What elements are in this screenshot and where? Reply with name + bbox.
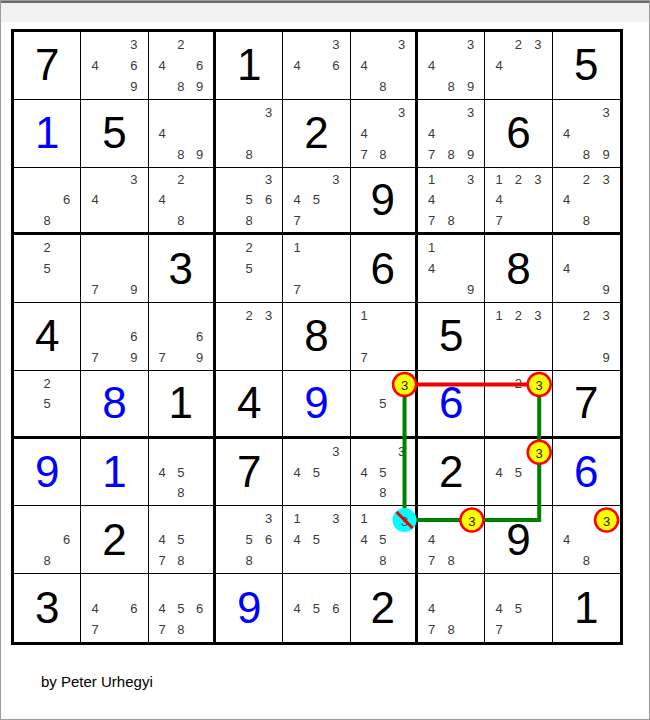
- pencil-slot-2: [373, 34, 392, 55]
- pencil-slot-8: 8: [171, 144, 190, 165]
- pencil-slot-1: [85, 170, 104, 190]
- cell-r1c9[interactable]: 5: [553, 32, 620, 100]
- cell-r2c1[interactable]: 1: [14, 100, 81, 168]
- cell-r5c7[interactable]: 5: [418, 303, 485, 371]
- pencil-slot-5: [373, 326, 392, 347]
- cell-r5c4[interactable]: 23: [216, 303, 283, 371]
- sudoku-board: 7346924689134634834892345154893823478347…: [11, 29, 623, 645]
- cell-r2c9[interactable]: 3489: [553, 100, 620, 168]
- pencil-slot-4: 4: [85, 597, 104, 618]
- pencil-slot-5: [37, 190, 56, 210]
- pencil-slot-8: [239, 347, 258, 368]
- cell-r3c4[interactable]: 3568: [216, 168, 283, 236]
- cell-r4c7[interactable]: 149: [418, 235, 485, 303]
- cell-r1c3[interactable]: 24689: [149, 32, 216, 100]
- pencil-slot-9: [57, 279, 76, 300]
- pencil-slot-9: 9: [190, 144, 209, 165]
- pencil-slot-9: [124, 210, 143, 230]
- pencil-slot-2: [373, 305, 392, 326]
- pencil-slot-2: [576, 508, 596, 529]
- pencil-slot-4: [355, 326, 374, 347]
- pencil-slot-4: 4: [489, 462, 508, 483]
- pencil-slot-4: [220, 190, 239, 210]
- pencil-slot-1: 1: [422, 170, 441, 190]
- pencil-marks: 348: [355, 34, 411, 97]
- cell-r5c6[interactable]: 17: [351, 303, 418, 371]
- cell-r9c6[interactable]: 2: [351, 574, 418, 642]
- pencil-slot-1: [85, 305, 104, 326]
- pencil-slot-1: 1: [287, 237, 306, 258]
- pencil-slot-3: [326, 237, 345, 258]
- pencil-slot-9: [528, 413, 547, 433]
- pencil-slot-9: [57, 210, 76, 230]
- cell-r5c9[interactable]: 239: [553, 303, 620, 371]
- cell-r1c6[interactable]: 348: [351, 32, 418, 100]
- pencil-slot-9: [392, 413, 411, 433]
- cell-r8c7[interactable]: 3478: [418, 506, 485, 574]
- pencil-slot-5: 5: [239, 258, 258, 279]
- cell-r4c6[interactable]: 6: [351, 235, 418, 303]
- pencil-slot-9: [259, 210, 278, 230]
- pencil-slot-7: [287, 76, 306, 97]
- pencil-slot-6: 6: [259, 190, 278, 210]
- pencil-slot-6: [596, 258, 616, 279]
- pencil-slot-3: 3: [461, 34, 480, 55]
- cell-r8c2[interactable]: 2: [81, 506, 148, 574]
- pencil-slot-3: 3: [259, 508, 278, 529]
- pencil-slot-7: [355, 76, 374, 97]
- pencil-slot-9: [259, 347, 278, 368]
- pencil-slot-2: 2: [37, 237, 56, 258]
- solved-digit: 1: [81, 439, 147, 506]
- pencil-slot-1: [85, 34, 104, 55]
- cell-r8c3[interactable]: 4578: [149, 506, 216, 574]
- pencil-slot-2: 2: [239, 305, 258, 326]
- cell-r4c8[interactable]: 8: [485, 235, 552, 303]
- pencil-slot-2: 2: [509, 170, 528, 190]
- pencil-slot-9: [326, 76, 345, 97]
- pencil-slot-1: [18, 170, 37, 190]
- pencil-slot-8: 8: [171, 76, 190, 97]
- cell-r1c8[interactable]: 234: [485, 32, 552, 100]
- pencil-slot-2: [441, 34, 460, 55]
- pencil-marks: 17: [355, 305, 411, 368]
- cell-r1c5[interactable]: 346: [283, 32, 350, 100]
- pencil-slot-3: 3: [392, 34, 411, 55]
- pencil-slot-3: 3: [596, 305, 616, 326]
- pencil-slot-8: [576, 279, 596, 300]
- pencil-slot-4: 4: [557, 529, 577, 550]
- pencil-slot-8: [105, 347, 124, 368]
- pencil-slot-1: 1: [489, 170, 508, 190]
- cell-r7c8[interactable]: 345: [485, 439, 552, 507]
- pencil-slot-6: [461, 123, 480, 144]
- cell-r9c1[interactable]: 3: [14, 574, 81, 642]
- pencil-slot-2: 2: [239, 237, 258, 258]
- pencil-slot-3: 3: [326, 508, 345, 529]
- pencil-slot-2: [105, 576, 124, 597]
- pencil-slot-1: [153, 102, 172, 123]
- cell-r9c4[interactable]: 9: [216, 574, 283, 642]
- pencil-slot-6: [57, 258, 76, 279]
- pencil-slot-7: [85, 210, 104, 230]
- given-digit: 9: [351, 168, 415, 233]
- pencil-slot-9: [259, 550, 278, 571]
- cell-r1c1[interactable]: 7: [14, 32, 81, 100]
- pencil-slot-2: [576, 237, 596, 258]
- given-digit: 5: [418, 303, 484, 370]
- cell-r2c4[interactable]: 38: [216, 100, 283, 168]
- pencil-slot-3: 3: [461, 508, 480, 529]
- pencil-slot-9: [528, 483, 547, 504]
- pencil-slot-4: 4: [287, 529, 306, 550]
- pencil-slot-7: [287, 483, 306, 504]
- pencil-slot-7: 7: [153, 619, 172, 640]
- pencil-slot-7: 7: [85, 279, 104, 300]
- cell-r6c9[interactable]: 7: [553, 371, 620, 439]
- cell-r1c7[interactable]: 3489: [418, 32, 485, 100]
- given-digit: 9: [485, 506, 551, 573]
- cell-r7c2[interactable]: 1: [81, 439, 148, 507]
- pencil-slot-6: [326, 258, 345, 279]
- cell-r7c6[interactable]: 3458: [351, 439, 418, 507]
- pencil-slot-3: [461, 237, 480, 258]
- pencil-slot-3: 3: [392, 441, 411, 462]
- cell-r8c8[interactable]: 9: [485, 506, 552, 574]
- pencil-slot-8: 8: [576, 210, 596, 230]
- pencil-slot-5: [441, 190, 460, 210]
- pencil-slot-4: 4: [422, 123, 441, 144]
- cell-r4c5[interactable]: 17: [283, 235, 350, 303]
- pencil-slot-7: 7: [85, 347, 104, 368]
- pencil-slot-1: [557, 170, 577, 190]
- pencil-slot-1: [355, 373, 374, 393]
- pencil-slot-4: 4: [153, 190, 172, 210]
- pencil-slot-4: [18, 190, 37, 210]
- cell-r9c2[interactable]: 467: [81, 574, 148, 642]
- pencil-slot-8: 8: [239, 550, 258, 571]
- cell-r9c5[interactable]: 456: [283, 574, 350, 642]
- cell-r9c3[interactable]: 45678: [149, 574, 216, 642]
- pencil-slot-8: 8: [171, 483, 190, 504]
- pencil-slot-7: [153, 483, 172, 504]
- pencil-slot-2: 2: [576, 170, 596, 190]
- cell-r3c3[interactable]: 248: [149, 168, 216, 236]
- pencil-slot-4: 4: [489, 55, 508, 76]
- cell-r6c1[interactable]: 25: [14, 371, 81, 439]
- pencil-marks: 348: [557, 508, 616, 571]
- pencil-slot-9: [596, 210, 616, 230]
- pencil-slot-7: 7: [355, 144, 374, 165]
- cell-r3c2[interactable]: 34: [81, 168, 148, 236]
- pencil-slot-8: [373, 413, 392, 433]
- pencil-slot-6: [596, 190, 616, 210]
- pencil-slot-6: [461, 55, 480, 76]
- cell-r7c9[interactable]: 6: [553, 439, 620, 507]
- pencil-slot-7: [153, 144, 172, 165]
- pencil-slot-3: [259, 237, 278, 258]
- pencil-slot-2: [239, 170, 258, 190]
- pencil-slot-7: 7: [489, 210, 508, 230]
- pencil-marks: 456: [287, 576, 345, 640]
- pencil-slot-6: [190, 462, 209, 483]
- cell-r8c5[interactable]: 1345: [283, 506, 350, 574]
- cell-r5c1[interactable]: 4: [14, 303, 81, 371]
- cell-r4c1[interactable]: 25: [14, 235, 81, 303]
- pencil-slot-5: [37, 529, 56, 550]
- pencil-slot-3: [528, 576, 547, 597]
- cell-r3c7[interactable]: 13478: [418, 168, 485, 236]
- pencil-slot-8: 8: [239, 144, 258, 165]
- pencil-slot-3: 3: [124, 170, 143, 190]
- cell-r4c9[interactable]: 49: [553, 235, 620, 303]
- pencil-slot-3: [190, 576, 209, 597]
- solved-digit: 6: [418, 371, 484, 436]
- pencil-slot-1: [153, 34, 172, 55]
- pencil-slot-7: [153, 210, 172, 230]
- given-digit: 5: [81, 100, 147, 167]
- cell-r9c8[interactable]: 457: [485, 574, 552, 642]
- pencil-marks: 467: [85, 576, 143, 640]
- pencil-slot-8: [239, 279, 258, 300]
- cell-r3c6[interactable]: 9: [351, 168, 418, 236]
- pencil-slot-6: 6: [190, 326, 209, 347]
- cell-r4c3[interactable]: 3: [149, 235, 216, 303]
- pencil-marks: 3478: [422, 508, 480, 571]
- pencil-slot-4: 4: [557, 123, 577, 144]
- pencil-slot-8: 8: [37, 210, 56, 230]
- pencil-slot-2: [373, 441, 392, 462]
- pencil-slot-9: 9: [190, 76, 209, 97]
- pencil-slot-9: [190, 619, 209, 640]
- pencil-slot-7: [18, 210, 37, 230]
- pencil-slot-8: [441, 279, 460, 300]
- pencil-slot-5: [105, 326, 124, 347]
- given-digit: 7: [553, 371, 620, 436]
- cell-r6c3[interactable]: 1: [149, 371, 216, 439]
- cell-r2c8[interactable]: 6: [485, 100, 552, 168]
- pencil-slot-6: 6: [57, 529, 76, 550]
- pencil-slot-8: [509, 483, 528, 504]
- pencil-slot-5: [239, 326, 258, 347]
- pencil-slot-9: [528, 619, 547, 640]
- pencil-slot-3: [57, 237, 76, 258]
- cell-r2c7[interactable]: 34789: [418, 100, 485, 168]
- pencil-slot-5: [105, 190, 124, 210]
- pencil-slot-4: [489, 326, 508, 347]
- cell-r4c4[interactable]: 25: [216, 235, 283, 303]
- pencil-slot-2: [105, 170, 124, 190]
- pencil-slot-2: [373, 102, 392, 123]
- pencil-slot-5: [576, 123, 596, 144]
- pencil-marks: 489: [153, 102, 209, 165]
- pencil-marks: 458: [153, 441, 209, 504]
- cell-r6c2[interactable]: 8: [81, 371, 148, 439]
- pencil-slot-1: [18, 373, 37, 393]
- pencil-slot-3: 3: [461, 170, 480, 190]
- pencil-slot-8: [509, 76, 528, 97]
- pencil-slot-4: 4: [355, 529, 374, 550]
- cell-r2c3[interactable]: 489: [149, 100, 216, 168]
- pencil-slot-4: 4: [153, 123, 172, 144]
- pencil-slot-8: 8: [37, 550, 56, 571]
- pencil-slot-1: [489, 34, 508, 55]
- cell-r3c1[interactable]: 68: [14, 168, 81, 236]
- cell-r4c2[interactable]: 79: [81, 235, 148, 303]
- pencil-slot-5: [509, 190, 528, 210]
- pencil-slot-5: [509, 326, 528, 347]
- pencil-slot-5: 5: [509, 462, 528, 483]
- pencil-slot-2: 2: [509, 305, 528, 326]
- pencil-slot-4: [287, 258, 306, 279]
- pencil-slot-7: 7: [489, 619, 508, 640]
- pencil-slot-1: [287, 441, 306, 462]
- cell-r7c7[interactable]: 2: [418, 439, 485, 507]
- pencil-slot-9: [259, 144, 278, 165]
- cell-r1c2[interactable]: 3469: [81, 32, 148, 100]
- pencil-slot-5: 5: [509, 597, 528, 618]
- cell-r5c8[interactable]: 123: [485, 303, 552, 371]
- pencil-slot-1: [153, 305, 172, 326]
- pencil-slot-4: 4: [422, 529, 441, 550]
- cell-r8c1[interactable]: 68: [14, 506, 81, 574]
- pencil-slot-8: 8: [441, 76, 460, 97]
- pencil-slot-2: 2: [37, 373, 56, 393]
- pencil-slot-9: 9: [596, 279, 616, 300]
- cell-r8c9[interactable]: 348: [553, 506, 620, 574]
- pencil-slot-5: [171, 123, 190, 144]
- pencil-marks: 1345: [287, 508, 345, 571]
- pencil-slot-7: [18, 550, 37, 571]
- pencil-slot-7: 7: [85, 619, 104, 640]
- cell-r6c5[interactable]: 9: [283, 371, 350, 439]
- pencil-slot-3: 3: [528, 373, 547, 393]
- pencil-slot-2: [171, 508, 190, 529]
- cell-r7c3[interactable]: 458: [149, 439, 216, 507]
- cell-r7c1[interactable]: 9: [14, 439, 81, 507]
- pencil-slot-5: [509, 393, 528, 413]
- cell-r6c7[interactable]: 6: [418, 371, 485, 439]
- pencil-slot-2: [441, 237, 460, 258]
- pencil-slot-6: 6: [190, 597, 209, 618]
- pencil-slot-2: 2: [171, 170, 190, 190]
- pencil-slot-7: [355, 413, 374, 433]
- given-digit: 2: [418, 439, 484, 506]
- cell-r1c4[interactable]: 1: [216, 32, 283, 100]
- pencil-slot-6: [596, 326, 616, 347]
- cell-r9c9[interactable]: 1: [553, 574, 620, 642]
- given-digit: 7: [216, 439, 282, 506]
- cell-r5c5[interactable]: 8: [283, 303, 350, 371]
- pencil-marks: 3478: [355, 102, 411, 165]
- cell-r6c8[interactable]: 23: [485, 371, 552, 439]
- pencil-marks: 478: [422, 576, 480, 640]
- cell-r2c6[interactable]: 3478: [351, 100, 418, 168]
- pencil-marks: 346: [287, 34, 345, 97]
- cell-r8c6[interactable]: 13458: [351, 506, 418, 574]
- cell-r2c5[interactable]: 2: [283, 100, 350, 168]
- pencil-marks: 49: [557, 237, 616, 300]
- pencil-slot-6: [392, 55, 411, 76]
- cell-r9c7[interactable]: 478: [418, 574, 485, 642]
- pencil-slot-5: 5: [307, 462, 326, 483]
- pencil-slot-5: 5: [37, 258, 56, 279]
- pencil-slot-3: [124, 576, 143, 597]
- cell-r2c2[interactable]: 5: [81, 100, 148, 168]
- pencil-slot-6: [259, 123, 278, 144]
- pencil-slot-8: 8: [171, 210, 190, 230]
- pencil-slot-9: [326, 279, 345, 300]
- pencil-slot-9: 9: [124, 279, 143, 300]
- cell-r6c6[interactable]: 35: [351, 371, 418, 439]
- cell-r5c3[interactable]: 679: [149, 303, 216, 371]
- cell-r7c5[interactable]: 345: [283, 439, 350, 507]
- pencil-slot-7: [220, 144, 239, 165]
- pencil-slot-7: [489, 76, 508, 97]
- cell-r3c9[interactable]: 2348: [553, 168, 620, 236]
- pencil-slot-3: [461, 576, 480, 597]
- pencil-slot-3: [326, 576, 345, 597]
- pencil-slot-5: 5: [239, 190, 258, 210]
- pencil-slot-9: [392, 76, 411, 97]
- pencil-slot-7: [220, 279, 239, 300]
- pencil-slot-7: [489, 483, 508, 504]
- pencil-slot-3: [124, 305, 143, 326]
- pencil-marks: 3568: [220, 170, 278, 231]
- pencil-slot-2: [171, 305, 190, 326]
- cell-r8c4[interactable]: 3568: [216, 506, 283, 574]
- pencil-slot-2: [37, 170, 56, 190]
- pencil-slot-9: [461, 550, 480, 571]
- pencil-slot-8: 8: [373, 144, 392, 165]
- pencil-marks: 123: [489, 305, 547, 368]
- pencil-slot-7: [153, 76, 172, 97]
- pencil-slot-6: [392, 529, 411, 550]
- pencil-slot-2: [509, 576, 528, 597]
- cell-r3c5[interactable]: 3457: [283, 168, 350, 236]
- cell-r6c4[interactable]: 4: [216, 371, 283, 439]
- cell-r3c8[interactable]: 12347: [485, 168, 552, 236]
- pencil-slot-6: [528, 326, 547, 347]
- pencil-slot-2: [441, 170, 460, 190]
- pencil-slot-2: [307, 170, 326, 190]
- pencil-slot-3: 3: [259, 170, 278, 190]
- pencil-slot-2: [307, 441, 326, 462]
- pencil-slot-6: [124, 258, 143, 279]
- pencil-slot-6: [259, 258, 278, 279]
- pencil-slot-5: [576, 190, 596, 210]
- pencil-slot-3: 3: [326, 441, 345, 462]
- given-digit: 1: [149, 371, 213, 436]
- pencil-slot-5: [576, 258, 596, 279]
- pencil-slot-2: [509, 441, 528, 462]
- pencil-slot-5: [171, 190, 190, 210]
- pencil-slot-8: [37, 279, 56, 300]
- pencil-slot-2: [373, 373, 392, 393]
- pencil-slot-2: 2: [509, 373, 528, 393]
- pencil-marks: 345: [489, 441, 547, 504]
- pencil-slot-5: 5: [373, 393, 392, 413]
- cell-r5c2[interactable]: 679: [81, 303, 148, 371]
- given-digit: 5: [553, 32, 620, 99]
- pencil-slot-6: [461, 190, 480, 210]
- pencil-marks: 3457: [287, 170, 345, 231]
- pencil-marks: 248: [153, 170, 209, 231]
- pencil-slot-7: [220, 210, 239, 230]
- pencil-marks: 23: [220, 305, 278, 368]
- cell-r7c4[interactable]: 7: [216, 439, 283, 507]
- pencil-slot-8: [373, 347, 392, 368]
